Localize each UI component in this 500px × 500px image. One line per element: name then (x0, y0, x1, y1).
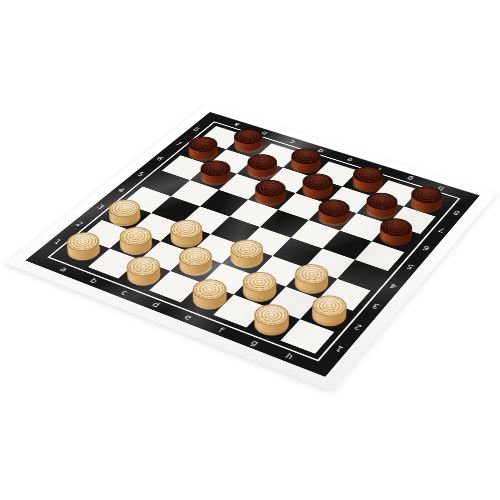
checker-light-b2[interactable] (114, 233, 158, 258)
photo-canvas: abcdefgh abcdefgh 87654321 87654321 (0, 0, 500, 500)
checker-light-f2[interactable] (237, 277, 282, 305)
checker-light-a1[interactable] (61, 238, 106, 264)
checker-light-c1[interactable] (121, 262, 166, 289)
checker-light-e1[interactable] (187, 285, 233, 313)
board-sheet: abcdefgh abcdefgh 87654321 87654321 (6, 104, 497, 391)
checker-light-h2[interactable] (306, 301, 352, 330)
checker-dark-h6[interactable] (374, 224, 416, 249)
checker-light-d2[interactable] (173, 253, 218, 279)
checker-light-g1[interactable] (248, 310, 295, 339)
checker-light-e3[interactable] (225, 245, 269, 271)
